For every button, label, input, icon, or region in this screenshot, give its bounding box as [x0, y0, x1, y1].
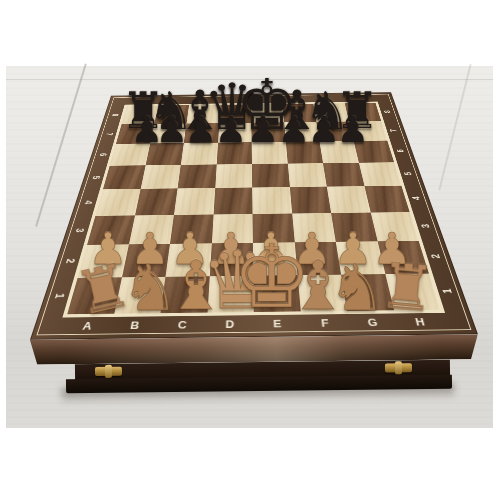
piece-black-pawn-g7[interactable]: ♟: [308, 112, 340, 148]
brass-latch-right: [385, 363, 412, 372]
rank-label-left-6: 6: [84, 150, 121, 158]
rank-label-right-7: 7: [376, 127, 412, 135]
product-photo: ABCDEFGH 87654321 87654321 ♜♞♝♛♚♝♞♜♟♟♟♟♟…: [6, 66, 493, 428]
rank-label-right-6: 6: [382, 147, 419, 155]
screenshot-canvas: ABCDEFGH 87654321 87654321 ♜♞♝♛♚♝♞♜♟♟♟♟♟…: [0, 0, 500, 500]
piece-black-pawn-d7[interactable]: ♟: [215, 112, 247, 148]
square-d4[interactable]: [213, 187, 252, 214]
rank-label-left-4: 4: [67, 197, 108, 207]
piece-black-pawn-f7[interactable]: ♟: [278, 112, 310, 148]
square-f4[interactable]: [289, 187, 331, 214]
square-b4[interactable]: [135, 188, 178, 215]
square-c4[interactable]: [174, 188, 215, 215]
square-g5[interactable]: [323, 162, 364, 186]
piece-black-pawn-h7[interactable]: ♟: [337, 112, 369, 148]
rank-label-right-4: 4: [396, 193, 438, 203]
rank-label-right-5: 5: [389, 169, 428, 178]
floor-plank-seam: [438, 64, 471, 191]
piece-black-pawn-e7[interactable]: ♟: [247, 112, 279, 148]
piece-white-rook-h1[interactable]: ♜: [377, 255, 438, 322]
square-f5[interactable]: [287, 163, 326, 187]
square-d5[interactable]: [215, 164, 252, 188]
square-c5[interactable]: [178, 164, 217, 188]
square-e4[interactable]: [252, 187, 292, 214]
piece-black-pawn-b7[interactable]: ♟: [156, 112, 188, 148]
brass-latch-left: [95, 367, 122, 376]
square-g4[interactable]: [327, 186, 371, 213]
square-e5[interactable]: [252, 163, 290, 187]
square-b5[interactable]: [140, 165, 181, 189]
piece-black-pawn-c7[interactable]: ♟: [185, 112, 217, 148]
rank-label-left-5: 5: [76, 173, 115, 182]
